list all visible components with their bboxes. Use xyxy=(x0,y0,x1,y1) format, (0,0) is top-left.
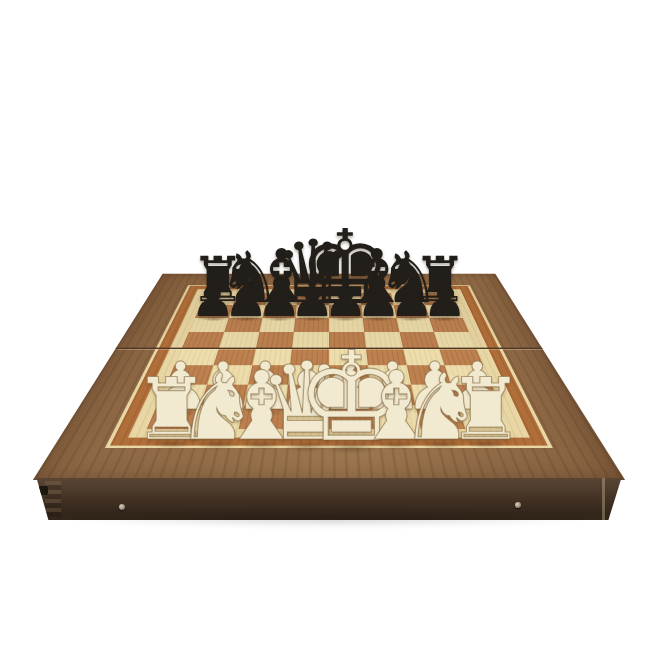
square-b5[interactable] xyxy=(219,332,259,348)
square-a5[interactable] xyxy=(182,332,224,348)
right-corner-seam xyxy=(602,478,605,520)
ground-shadow xyxy=(70,513,588,527)
piece-black-pawn-h7[interactable]: ♟ xyxy=(422,274,467,324)
piece-white-rook-h1[interactable]: ♜ xyxy=(448,366,525,452)
hinge-screw-left xyxy=(119,504,125,510)
square-h5[interactable] xyxy=(434,332,476,348)
hinge-screw-right xyxy=(515,502,521,508)
